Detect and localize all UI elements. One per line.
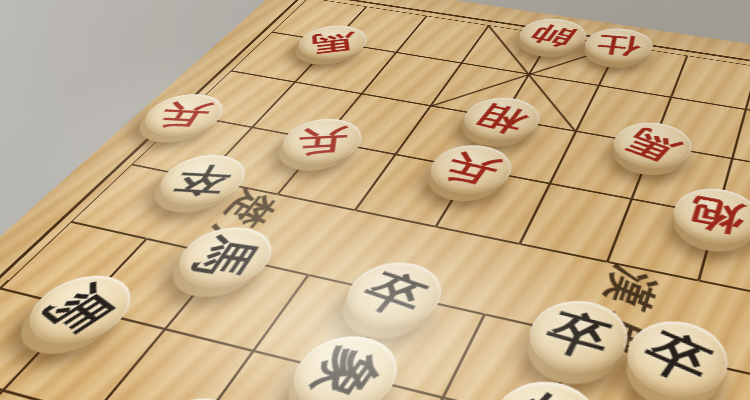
piece-character: 卒 (539, 307, 618, 366)
piece-character: 馬 (311, 29, 356, 55)
piece-character: 兵 (152, 100, 216, 129)
piece-character: 象 (300, 343, 390, 400)
piece-character: 炮 (685, 194, 748, 237)
piece-character: 兵 (437, 149, 505, 189)
xiangqi-board: 楚河 漢界 帥仕馬相馬兵兵兵炮卒馬卒卒卒馬象炮卒 (0, 0, 750, 400)
piece-character: 馬 (619, 125, 686, 165)
piece-character: 卒 (168, 162, 237, 196)
piece-character: 馬 (186, 234, 264, 279)
photo-of-xiangqi-board: 楚河 漢界 帥仕馬相馬兵兵兵炮卒馬卒卒卒馬象炮卒 (0, 0, 750, 400)
piece-character: 帥 (525, 22, 580, 49)
piece-character: 卒 (635, 326, 720, 392)
piece-character: 仕 (595, 33, 642, 58)
piece-character: 卒 (353, 267, 435, 322)
piece-character: 兵 (295, 125, 349, 156)
piece-character: 相 (470, 101, 533, 136)
